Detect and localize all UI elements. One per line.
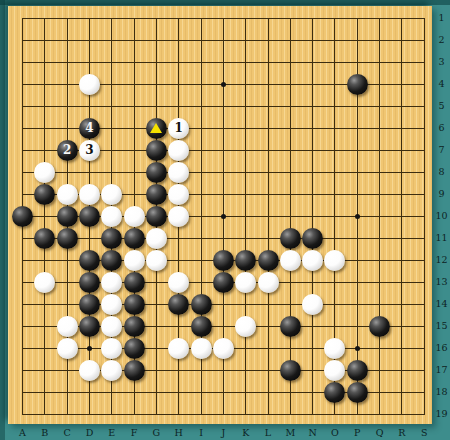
black-stone[interactable] (101, 250, 122, 271)
row-label: 12 (435, 255, 447, 265)
white-stone[interactable] (324, 250, 345, 271)
column-label: S (421, 428, 428, 438)
grid-vline (268, 18, 269, 415)
row-label: 10 (435, 211, 447, 221)
grid-vline (379, 18, 380, 415)
row-label: 7 (438, 145, 444, 155)
black-stone[interactable] (124, 360, 145, 381)
black-stone[interactable] (146, 118, 167, 139)
black-stone[interactable] (79, 250, 100, 271)
white-stone[interactable] (79, 184, 100, 205)
black-stone[interactable] (280, 360, 301, 381)
black-stone[interactable] (124, 228, 145, 249)
black-stone[interactable] (124, 338, 145, 359)
grid-vline (401, 18, 402, 415)
white-stone[interactable] (168, 206, 189, 227)
white-stone[interactable]: 3 (79, 140, 100, 161)
white-stone[interactable] (101, 272, 122, 293)
go-app-window: 4123 ABCDEFGHIJKLMNOPQRS 123456789101112… (0, 0, 450, 440)
row-label: 14 (435, 299, 447, 309)
black-stone[interactable] (101, 228, 122, 249)
white-stone[interactable] (168, 162, 189, 183)
column-label: H (175, 428, 183, 438)
black-stone[interactable] (191, 294, 212, 315)
white-stone[interactable] (146, 250, 167, 271)
black-stone[interactable] (369, 316, 390, 337)
black-stone[interactable] (213, 250, 234, 271)
black-stone[interactable] (124, 272, 145, 293)
black-stone[interactable] (124, 294, 145, 315)
column-label: F (131, 428, 138, 438)
row-label: 18 (435, 387, 447, 397)
black-stone[interactable] (34, 184, 55, 205)
black-stone[interactable] (79, 206, 100, 227)
black-stone[interactable] (168, 294, 189, 315)
black-stone[interactable] (34, 228, 55, 249)
white-stone[interactable] (213, 338, 234, 359)
row-label: 6 (438, 123, 444, 133)
black-stone[interactable] (146, 162, 167, 183)
row-label: 4 (438, 79, 444, 89)
column-label: O (331, 428, 339, 438)
white-stone[interactable] (168, 338, 189, 359)
column-label: P (354, 428, 360, 438)
black-stone[interactable] (302, 228, 323, 249)
star-point (355, 346, 360, 351)
black-stone[interactable] (347, 74, 368, 95)
grid-vline (290, 18, 291, 415)
triangle-mark (150, 123, 162, 133)
white-stone[interactable] (191, 338, 212, 359)
white-stone[interactable] (168, 272, 189, 293)
white-stone[interactable] (57, 338, 78, 359)
white-stone[interactable] (101, 184, 122, 205)
white-stone[interactable] (302, 294, 323, 315)
column-label: L (265, 428, 271, 438)
grid-vline (424, 18, 425, 415)
black-stone[interactable] (146, 140, 167, 161)
row-label: 16 (435, 343, 447, 353)
white-stone[interactable] (168, 184, 189, 205)
row-label: 13 (435, 277, 447, 287)
black-stone[interactable] (280, 228, 301, 249)
column-label: R (398, 428, 405, 438)
black-stone[interactable] (258, 250, 279, 271)
row-label: 15 (435, 321, 447, 331)
black-stone[interactable] (57, 206, 78, 227)
black-stone[interactable] (79, 294, 100, 315)
grid-hline (22, 238, 425, 239)
white-stone[interactable] (302, 250, 323, 271)
move-number-label: 3 (85, 144, 93, 156)
move-number-label: 4 (85, 122, 93, 134)
column-label: I (199, 428, 203, 438)
white-stone[interactable] (146, 228, 167, 249)
row-label: 5 (438, 101, 444, 111)
move-number-label: 1 (175, 122, 183, 134)
column-label: K (242, 428, 249, 438)
white-stone[interactable] (57, 316, 78, 337)
black-stone[interactable] (213, 272, 234, 293)
black-stone[interactable]: 2 (57, 140, 78, 161)
black-stone[interactable] (191, 316, 212, 337)
white-stone[interactable] (124, 206, 145, 227)
frame-shadow-left (0, 0, 5, 440)
white-stone[interactable] (57, 184, 78, 205)
white-stone[interactable] (280, 250, 301, 271)
black-stone[interactable]: 4 (79, 118, 100, 139)
white-stone[interactable]: 1 (168, 118, 189, 139)
column-label: M (285, 428, 295, 438)
white-stone[interactable] (79, 360, 100, 381)
white-stone[interactable] (324, 338, 345, 359)
white-stone[interactable] (101, 360, 122, 381)
column-label: G (153, 428, 161, 438)
white-stone[interactable] (258, 272, 279, 293)
white-stone[interactable] (235, 272, 256, 293)
white-stone[interactable] (101, 316, 122, 337)
black-stone[interactable] (146, 206, 167, 227)
white-stone[interactable] (124, 250, 145, 271)
black-stone[interactable] (235, 250, 256, 271)
row-label: 2 (438, 35, 444, 45)
row-label: 19 (435, 409, 447, 419)
column-label: A (19, 428, 26, 438)
grid-vline (245, 18, 246, 415)
black-stone[interactable] (79, 316, 100, 337)
white-stone[interactable] (34, 272, 55, 293)
column-label: E (108, 428, 115, 438)
white-stone[interactable] (101, 294, 122, 315)
white-stone[interactable] (235, 316, 256, 337)
column-label: N (309, 428, 317, 438)
black-stone[interactable] (12, 206, 33, 227)
column-label: C (63, 428, 70, 438)
frame-shadow-top (0, 0, 450, 5)
black-stone[interactable] (79, 272, 100, 293)
column-label: J (221, 428, 225, 438)
row-label: 11 (435, 233, 447, 243)
grid-hline (22, 414, 425, 415)
black-stone[interactable] (280, 316, 301, 337)
white-stone[interactable] (101, 206, 122, 227)
column-label: D (86, 428, 94, 438)
row-label: 8 (438, 167, 444, 177)
white-stone[interactable] (324, 360, 345, 381)
column-label: B (41, 428, 48, 438)
white-stone[interactable] (34, 162, 55, 183)
black-stone[interactable] (347, 382, 368, 403)
star-point (221, 82, 226, 87)
black-stone[interactable] (146, 184, 167, 205)
star-point (221, 214, 226, 219)
row-label: 3 (438, 57, 444, 67)
move-number-label: 2 (63, 144, 71, 156)
column-label: Q (376, 428, 384, 438)
black-stone[interactable] (57, 228, 78, 249)
black-stone[interactable] (124, 316, 145, 337)
star-point (87, 346, 92, 351)
star-point (355, 214, 360, 219)
white-stone[interactable] (168, 140, 189, 161)
row-label: 17 (435, 365, 447, 375)
black-stone[interactable] (324, 382, 345, 403)
white-stone[interactable] (101, 338, 122, 359)
go-board[interactable]: 4123 (8, 6, 432, 424)
row-label: 1 (438, 13, 444, 23)
white-stone[interactable] (79, 74, 100, 95)
row-label: 9 (438, 189, 444, 199)
grid-vline (312, 18, 313, 415)
black-stone[interactable] (347, 360, 368, 381)
